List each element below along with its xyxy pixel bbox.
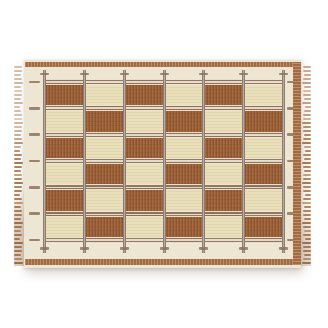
rug-cell-r2c3-cream [124,106,164,133]
fringe-tassel [14,130,22,132]
fringe-tassel [302,242,311,244]
fringe-tassel [302,262,311,264]
rug-cell-r5c1-brown [43,188,83,215]
rug-cell-r4c2-brown [83,161,123,188]
fringe-tassel [14,106,20,108]
fringe-tassel [14,214,22,216]
rug-cell-r5c5-brown [204,188,244,215]
post-top-tick-7 [279,73,288,76]
rug-cell-r1c2-cream [83,79,123,106]
fringe-tassel [303,234,311,236]
fringe-tassel [14,186,22,188]
fringe-tassel [14,98,21,100]
fringe-tassel [303,226,311,228]
fringe-tassel [14,246,22,248]
fringe-tassel [303,178,311,180]
fringe-tassel [303,130,311,132]
fringe-tassel [304,254,311,256]
rug-cell-r5c3-brown [124,188,164,215]
fringe-tassel [305,150,311,152]
fringe-tassel [14,86,21,88]
fringe-tassel [14,202,23,204]
fringe-tassel [303,138,311,140]
fringe-tassel [14,234,22,236]
rug-cell-r1c1-brown [43,79,83,106]
rug-cell-r3c1-brown [43,134,83,161]
fringe-tassel [14,162,23,164]
rug-cell-r6c4-brown [164,216,204,243]
fringe-tassel [14,134,21,136]
fringe-tassel [305,194,311,196]
left-border-tick-6 [29,212,40,215]
fringe-tassel [304,230,311,232]
fringe-tassel [14,74,21,76]
fringe-tassel [304,98,311,100]
fringe-tassel [303,214,311,216]
left-border-tick-7 [29,239,40,242]
fringe-tassel [14,226,22,228]
rug-cell-r1c5-brown [204,79,244,106]
post-bottom-tick-7 [279,247,288,250]
page-background [0,0,328,328]
fringe-tassel [303,246,311,248]
rug-border-band-bottom [25,259,300,265]
fringe-tassel [304,86,311,88]
post-bottom-tick-5 [199,247,208,250]
fringe-tassel [304,170,311,172]
fringe-tassel [14,118,22,120]
rug-cell-r2c4-brown [164,106,204,133]
fringe-tassel [303,78,311,80]
fringe-tassel [303,70,311,72]
rug-cell-r4c3-cream [124,161,164,188]
fringe-tassel [303,166,311,168]
rug-cell-r1c6-cream [245,79,285,106]
fringe-tassel [304,158,311,160]
rug-photo [24,60,301,268]
fringe-tassel [14,82,23,84]
fringe-tassel [304,74,311,76]
post-bottom-tick-1 [40,247,49,250]
left-border-tick-4 [29,160,40,163]
fringe-tassel [303,174,311,176]
fringe-tassel [14,206,21,208]
fringe-tassel [14,126,22,128]
rug-cell-r2c1-cream [43,106,83,133]
rug-cell-r1c4-cream [164,79,204,106]
rug-border-band-right [293,62,301,265]
fringe-tassel [14,94,22,96]
post-top-tick-1 [40,73,49,76]
fringe-tassel [14,218,21,220]
post-bottom-tick-3 [120,247,129,250]
rug-cell-r6c6-brown [245,216,285,243]
fringe-tassel [14,262,23,264]
fringe-tassel [304,218,311,220]
fringe-tassel [14,138,22,140]
fringe-tassel [14,66,22,68]
rug-cell-r4c1-cream [43,161,83,188]
rug-cell-r5c4-cream [164,188,204,215]
fringe-tassel [14,170,21,172]
fringe-tassel [14,158,21,160]
fringe-tassel [14,166,22,168]
rug-cell-r6c5-cream [204,216,244,243]
fringe-tassel [14,142,23,144]
fringe-tassel [14,242,23,244]
fringe-tassel [14,154,22,156]
fringe-tassel [14,210,22,212]
rug-cell-r3c6-cream [245,134,285,161]
fringe-tassel [305,238,311,240]
fringe-tassel [14,250,22,252]
fringe-tassel [14,146,21,148]
fringe-tassel [303,190,311,192]
fringe-tassel [302,202,311,204]
fringe-tassel [303,126,311,128]
fringe-tassel [14,190,22,192]
fringe-tassel [14,182,23,184]
left-border-tick-3 [29,133,40,136]
fringe-tassel [302,182,311,184]
fringe-tassel [14,102,23,104]
rug-cell-r4c5-cream [204,161,244,188]
rug-cell-r3c3-brown [124,134,164,161]
post-top-tick-4 [160,73,169,76]
fringe-tassel [14,258,22,260]
fringe-tassel [14,198,22,200]
fringe-tassel [14,178,22,180]
left-border-tick-5 [29,186,40,189]
fringe-tassel [14,174,22,176]
fringe-tassel [303,94,311,96]
post-top-tick-6 [239,73,248,76]
rug-cell-r6c2-brown [83,216,123,243]
fringe-tassel [303,210,311,212]
rug-cell-r3c5-brown [204,134,244,161]
post-top-tick-3 [120,73,129,76]
fringe-tassel [304,146,311,148]
post-bottom-tick-2 [80,247,89,250]
fringe-tassel [302,102,311,104]
fringe-tassel [303,118,311,120]
fringe-tassel [14,90,22,92]
left-border-tick-1 [29,81,40,84]
fringe-tassel [303,114,311,116]
rug-cell-r3c4-cream [164,134,204,161]
rug-cell-r3c2-cream [83,134,123,161]
post-top-tick-5 [199,73,208,76]
fringe-tassel [14,254,21,256]
rug-cell-r5c6-cream [245,188,285,215]
fringe-tassel [303,258,311,260]
post-bottom-tick-4 [160,247,169,250]
fringe-tassel [302,82,311,84]
fringe-left [14,66,24,266]
left-border-tick-2 [29,107,40,110]
fringe-tassel [14,150,20,152]
fringe-tassel [14,114,22,116]
post-bottom-tick-6 [239,247,248,250]
fringe-tassel [14,238,20,240]
rug-cell-r2c6-brown [245,106,285,133]
fringe-tassel [302,162,311,164]
fringe-tassel [14,222,23,224]
rug-cell-r2c2-brown [83,106,123,133]
fringe-tassel [305,106,311,108]
fringe-tassel [304,134,311,136]
rug-cell-r6c3-cream [124,216,164,243]
fringe-tassel [302,122,311,124]
rug-cell-r6c1-cream [43,216,83,243]
fringe-tassel [303,66,311,68]
fringe-tassel [302,142,311,144]
rug-cell-r2c5-cream [204,106,244,133]
fringe-right [301,66,311,266]
fringe-tassel [304,110,311,112]
fringe-tassel [14,122,23,124]
fringe-tassel [14,78,22,80]
checkerboard-grid [43,79,285,243]
fringe-tassel [304,206,311,208]
rug-cell-r4c4-brown [164,161,204,188]
rug-cell-r1c3-brown [124,79,164,106]
fringe-tassel [302,222,311,224]
fringe-tassel [303,186,311,188]
rug-cell-r5c2-cream [83,188,123,215]
fringe-tassel [303,198,311,200]
fringe-tassel [14,230,21,232]
fringe-tassel [14,110,21,112]
fringe-tassel [303,250,311,252]
post-top-tick-2 [80,73,89,76]
rug-cell-r4c6-brown [245,161,285,188]
fringe-tassel [14,194,20,196]
rug-border-band-top [25,62,300,67]
fringe-tassel [303,90,311,92]
fringe-tassel [303,154,311,156]
fringe-tassel [14,70,22,72]
